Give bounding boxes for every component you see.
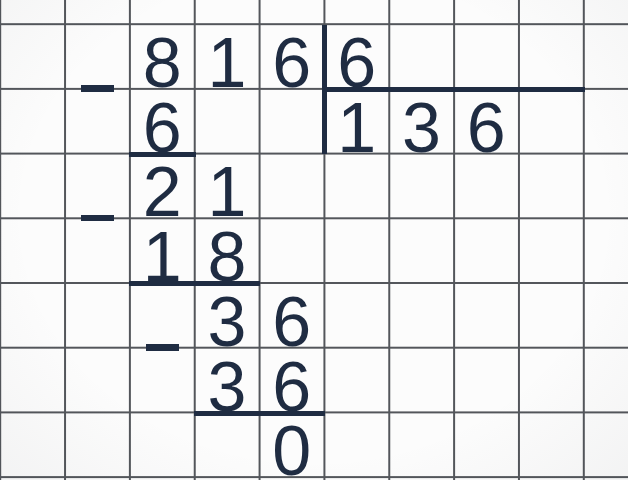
- digit-work: 8: [195, 225, 260, 290]
- digit-work: 1: [195, 160, 260, 225]
- digit-dividend: 6: [259, 31, 324, 96]
- subtraction-underline-1: [129, 152, 196, 157]
- digit-work: 3: [195, 289, 260, 354]
- division-grid: 81666136211836360: [0, 0, 628, 480]
- digit-work: 1: [130, 225, 195, 290]
- digit-quotient: 6: [454, 95, 519, 160]
- digit-dividend: 8: [130, 31, 195, 96]
- squared-paper-board: 81666136211836360: [0, 0, 628, 480]
- minus-sign: [81, 85, 114, 92]
- digit-quotient: 3: [389, 95, 454, 160]
- minus-sign: [146, 344, 179, 351]
- digit-work: 3: [195, 354, 260, 419]
- minus-sign: [81, 215, 114, 222]
- subtraction-underline-3: [194, 411, 326, 416]
- digit-work: 6: [130, 95, 195, 160]
- digit-divisor: 6: [324, 31, 389, 96]
- digit-dividend: 1: [195, 31, 260, 96]
- digit-quotient: 1: [324, 95, 389, 160]
- digit-remainder: 0: [259, 419, 324, 480]
- subtraction-underline-2: [129, 281, 261, 286]
- digit-work: 2: [130, 160, 195, 225]
- digit-work: 6: [259, 289, 324, 354]
- digit-work: 6: [259, 354, 324, 419]
- quotient-underline: [323, 87, 584, 92]
